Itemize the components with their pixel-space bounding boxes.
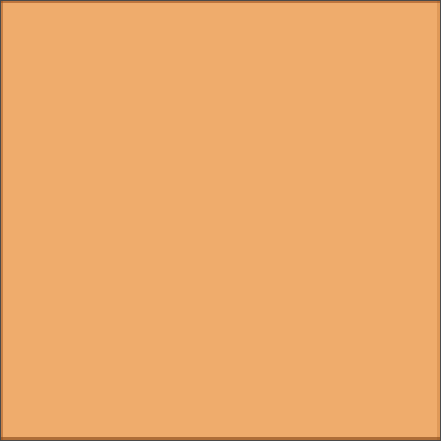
go-board xyxy=(0,0,441,441)
